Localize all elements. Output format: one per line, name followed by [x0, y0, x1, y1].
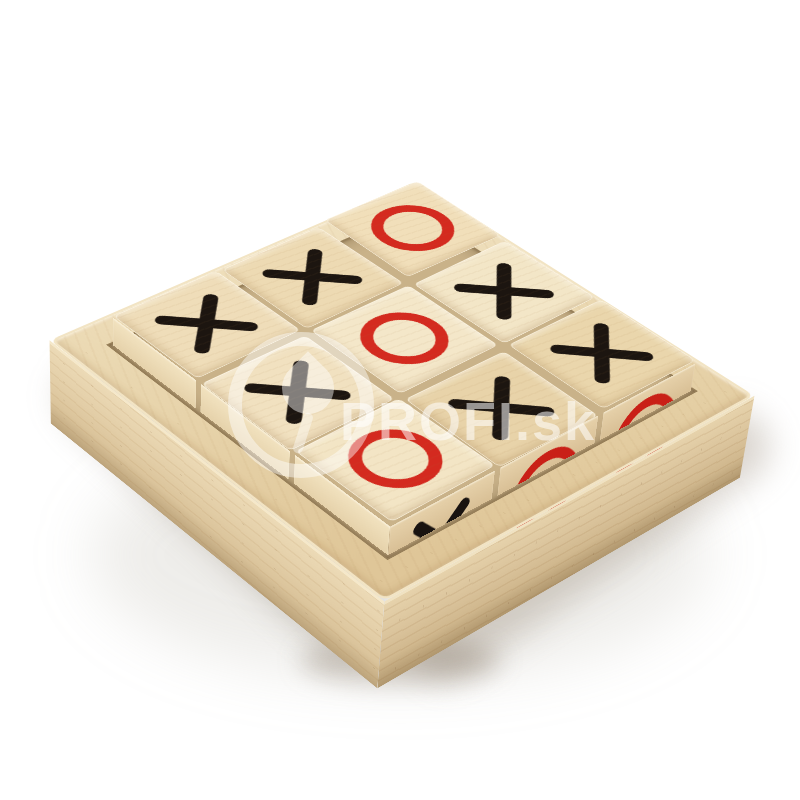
o-mark-icon: [342, 302, 467, 374]
o-mark-icon: [329, 418, 463, 501]
wooden-tictactoe-box: [50, 181, 755, 601]
o-mark-icon: [354, 196, 472, 260]
product-photo-scene: PROFI.sk: [0, 0, 800, 800]
